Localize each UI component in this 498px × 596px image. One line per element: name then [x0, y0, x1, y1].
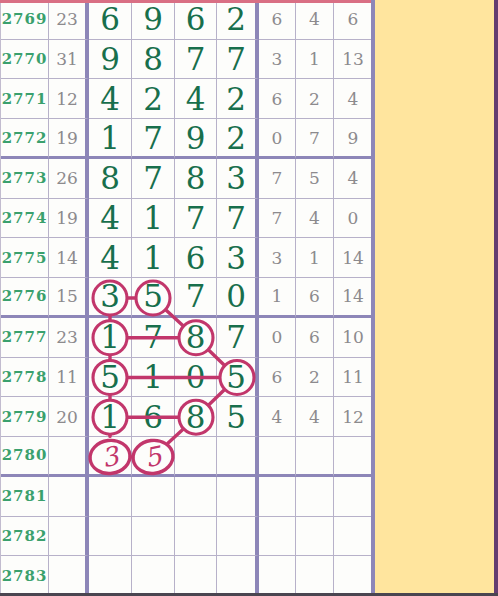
stat-cell: 14: [334, 278, 372, 318]
digit-cell: [217, 477, 259, 517]
digit-cell: [175, 477, 217, 517]
stat-cell: 7: [296, 119, 334, 159]
digit-cell: 1: [89, 318, 132, 358]
digit-cell: 7: [217, 40, 259, 80]
digit-cell: 9: [89, 40, 132, 80]
digit-cell: 4: [89, 199, 132, 239]
digit-cell: 8: [175, 159, 217, 199]
digit-cell: 3: [217, 159, 259, 199]
sum-cell: 31: [49, 40, 89, 80]
sum-cell: 19: [49, 119, 89, 159]
issue-cell: 2783: [1, 556, 49, 596]
stat-cell: [296, 517, 334, 557]
issue-cell: 2772: [1, 119, 49, 159]
stat-cell: 1: [296, 238, 334, 278]
digit-cell: 1: [89, 397, 132, 437]
stat-cell: 5: [296, 159, 334, 199]
stat-cell: [296, 437, 334, 477]
issue-cell: 2769: [1, 0, 49, 40]
digit-cell: [132, 477, 175, 517]
stat-cell: 4: [259, 397, 296, 437]
stat-cell: [259, 517, 296, 557]
stat-cell: [259, 437, 296, 477]
digit-cell: 6: [175, 238, 217, 278]
digit-cell: [132, 556, 175, 596]
digit-cell: 5: [132, 278, 175, 318]
stat-cell: 6: [259, 0, 296, 40]
issue-cell: 2770: [1, 40, 49, 80]
digit-cell: 1: [132, 238, 175, 278]
digit-cell: [217, 556, 259, 596]
digit-cell: 9: [175, 119, 217, 159]
stat-cell: 4: [296, 397, 334, 437]
top-accent-line: [0, 0, 371, 3]
sum-cell: 26: [49, 159, 89, 199]
issue-cell: 2775: [1, 238, 49, 278]
stat-cell: [334, 556, 372, 596]
digit-cell: 4: [89, 79, 132, 119]
stat-cell: 0: [334, 199, 372, 239]
stat-cell: 6: [259, 358, 296, 398]
digit-cell: 5: [217, 358, 259, 398]
stat-cell: 3: [259, 40, 296, 80]
digit-cell: 4: [175, 79, 217, 119]
side-panel: [371, 0, 498, 596]
stat-cell: 14: [334, 238, 372, 278]
digit-cell: 8: [175, 318, 217, 358]
stat-cell: [334, 517, 372, 557]
digit-cell: 7: [132, 119, 175, 159]
digit-cell: 2: [132, 79, 175, 119]
stat-cell: 3: [259, 238, 296, 278]
digit-cell: 6: [132, 397, 175, 437]
digit-cell: 7: [217, 318, 259, 358]
sum-cell: 23: [49, 0, 89, 40]
digit-cell: 1: [132, 199, 175, 239]
stat-cell: 12: [334, 397, 372, 437]
digit-cell: 2: [217, 0, 259, 40]
issue-cell: 2778: [1, 358, 49, 398]
stat-cell: [296, 556, 334, 596]
digit-cell: 7: [175, 278, 217, 318]
stat-cell: 6: [259, 79, 296, 119]
issue-cell: 2777: [1, 318, 49, 358]
digit-cell: [89, 517, 132, 557]
digit-cell: [132, 517, 175, 557]
digit-cell: [217, 517, 259, 557]
issue-cell: 2773: [1, 159, 49, 199]
lottery-trend-chart: 2769236962646277031987731132771124242624…: [0, 0, 498, 596]
sum-cell: [49, 437, 89, 477]
digit-cell: 8: [175, 397, 217, 437]
stat-cell: 1: [296, 40, 334, 80]
stat-cell: 6: [296, 318, 334, 358]
digit-cell: [132, 437, 175, 477]
digit-cell: 5: [217, 397, 259, 437]
digit-cell: 4: [89, 238, 132, 278]
issue-cell: 2776: [1, 278, 49, 318]
digit-cell: 7: [132, 159, 175, 199]
digit-cell: [175, 437, 217, 477]
stat-cell: 0: [259, 119, 296, 159]
stat-cell: [296, 477, 334, 517]
digit-cell: [89, 556, 132, 596]
issue-cell: 2780: [1, 437, 49, 477]
trend-table: 2769236962646277031987731132771124242624…: [0, 0, 371, 596]
sum-cell: 14: [49, 238, 89, 278]
sum-cell: 23: [49, 318, 89, 358]
issue-cell: 2782: [1, 517, 49, 557]
digit-cell: 6: [89, 0, 132, 40]
digit-cell: 3: [89, 278, 132, 318]
stat-cell: 4: [296, 199, 334, 239]
stat-cell: 4: [296, 0, 334, 40]
issue-cell: 2774: [1, 199, 49, 239]
stat-cell: 9: [334, 119, 372, 159]
digit-cell: 7: [175, 199, 217, 239]
stat-cell: [259, 477, 296, 517]
stat-cell: 7: [259, 199, 296, 239]
stat-cell: [334, 477, 372, 517]
digit-cell: 0: [175, 358, 217, 398]
digit-cell: 0: [217, 278, 259, 318]
sum-cell: [49, 517, 89, 557]
stat-cell: [259, 556, 296, 596]
sum-cell: 19: [49, 199, 89, 239]
stat-cell: 6: [334, 0, 372, 40]
stat-cell: 4: [334, 159, 372, 199]
digit-cell: 6: [175, 0, 217, 40]
sum-cell: 15: [49, 278, 89, 318]
issue-cell: 2779: [1, 397, 49, 437]
digit-cell: [175, 556, 217, 596]
stat-cell: [334, 437, 372, 477]
digit-cell: 7: [132, 318, 175, 358]
digit-cell: [175, 517, 217, 557]
digit-cell: 1: [132, 358, 175, 398]
digit-cell: [217, 437, 259, 477]
digit-cell: 7: [217, 199, 259, 239]
digit-cell: 7: [175, 40, 217, 80]
stat-cell: 1: [259, 278, 296, 318]
digit-cell: [89, 437, 132, 477]
sum-cell: 20: [49, 397, 89, 437]
stat-cell: 2: [296, 358, 334, 398]
issue-cell: 2771: [1, 79, 49, 119]
digit-cell: 2: [217, 79, 259, 119]
sum-cell: 11: [49, 358, 89, 398]
digit-cell: 8: [132, 40, 175, 80]
sum-cell: [49, 477, 89, 517]
stat-cell: 2: [296, 79, 334, 119]
issue-cell: 2781: [1, 477, 49, 517]
digit-cell: [89, 477, 132, 517]
digit-cell: 5: [89, 358, 132, 398]
digit-cell: 2: [217, 119, 259, 159]
stat-cell: 13: [334, 40, 372, 80]
stat-cell: 0: [259, 318, 296, 358]
digit-cell: 9: [132, 0, 175, 40]
stat-cell: 7: [259, 159, 296, 199]
sum-cell: [49, 556, 89, 596]
digit-cell: 3: [217, 238, 259, 278]
digit-cell: 8: [89, 159, 132, 199]
stat-cell: 6: [296, 278, 334, 318]
digit-cell: 1: [89, 119, 132, 159]
stat-cell: 4: [334, 79, 372, 119]
stat-cell: 10: [334, 318, 372, 358]
sum-cell: 12: [49, 79, 89, 119]
stat-cell: 11: [334, 358, 372, 398]
